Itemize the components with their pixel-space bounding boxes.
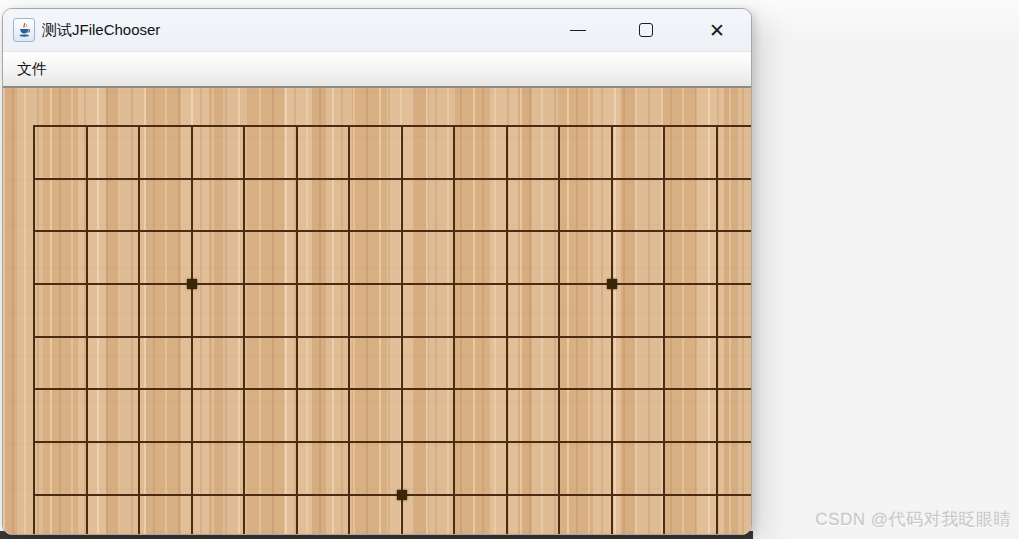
board-cell[interactable] [506, 178, 559, 231]
board-cell[interactable] [86, 494, 139, 534]
star-point [397, 490, 407, 500]
board-cell[interactable] [663, 178, 716, 231]
board-cell[interactable] [138, 494, 191, 534]
board-cell[interactable] [453, 441, 506, 494]
board-cell[interactable] [558, 283, 611, 336]
board-cell[interactable] [716, 494, 752, 534]
board-cell[interactable] [611, 336, 664, 389]
menu-item-file[interactable]: 文件 [3, 52, 61, 86]
board-cell[interactable] [191, 441, 244, 494]
board-cell[interactable] [558, 336, 611, 389]
board-cell[interactable] [401, 178, 454, 231]
board-cell[interactable] [506, 441, 559, 494]
java-coffee-cup-icon [13, 18, 35, 42]
board-cell[interactable] [453, 125, 506, 178]
app-window: 测试JFileChooser ✕ 文件 [2, 8, 752, 535]
csdn-watermark: CSDN @代码对我眨眼睛 [815, 508, 1011, 531]
board-cell[interactable] [348, 441, 401, 494]
board-cell[interactable] [663, 125, 716, 178]
board-cell[interactable] [663, 494, 716, 534]
board-cell[interactable] [33, 178, 86, 231]
board-cell[interactable] [86, 125, 139, 178]
board-cell[interactable] [453, 494, 506, 534]
board-cell[interactable] [138, 388, 191, 441]
board-cell[interactable] [191, 178, 244, 231]
board-cell[interactable] [401, 230, 454, 283]
board-cell[interactable] [401, 441, 454, 494]
board-cell[interactable] [191, 283, 244, 336]
board-cell[interactable] [611, 283, 664, 336]
board-cell[interactable] [86, 178, 139, 231]
board-cell[interactable] [191, 336, 244, 389]
board-cell[interactable] [243, 178, 296, 231]
board-cell[interactable] [191, 230, 244, 283]
board-cell[interactable] [296, 388, 349, 441]
board-cell[interactable] [33, 125, 86, 178]
board-cell[interactable] [348, 388, 401, 441]
board-cell[interactable] [506, 494, 559, 534]
board-cell[interactable] [296, 283, 349, 336]
board-cell[interactable] [453, 283, 506, 336]
board-cell[interactable] [453, 178, 506, 231]
board-cell[interactable] [243, 230, 296, 283]
title-bar[interactable]: 测试JFileChooser ✕ [3, 9, 751, 52]
board-cell[interactable] [33, 388, 86, 441]
board-cell[interactable] [243, 441, 296, 494]
board-cell[interactable] [138, 178, 191, 231]
board-cell[interactable] [506, 230, 559, 283]
board-cell[interactable] [348, 494, 401, 534]
board-cell[interactable] [348, 336, 401, 389]
board-cell[interactable] [243, 336, 296, 389]
board-cell[interactable] [558, 388, 611, 441]
board-cell[interactable] [401, 283, 454, 336]
board-cell[interactable] [401, 494, 454, 534]
board-cell[interactable] [138, 125, 191, 178]
board-cell[interactable] [506, 336, 559, 389]
board-cell[interactable] [33, 230, 86, 283]
board-cell[interactable] [506, 388, 559, 441]
board-cell[interactable] [138, 441, 191, 494]
board-cell[interactable] [401, 388, 454, 441]
board-cell[interactable] [191, 388, 244, 441]
board-cell[interactable] [86, 388, 139, 441]
close-icon: ✕ [709, 21, 725, 40]
board-cell[interactable] [716, 125, 752, 178]
board-cell[interactable] [86, 336, 139, 389]
board-cell[interactable] [716, 283, 752, 336]
board-cell[interactable] [243, 283, 296, 336]
board-cell[interactable] [611, 230, 664, 283]
board-cell[interactable] [401, 125, 454, 178]
board-cell[interactable] [243, 388, 296, 441]
board-cell[interactable] [611, 178, 664, 231]
star-point [607, 279, 617, 289]
board-cell[interactable] [716, 388, 752, 441]
board-cell[interactable] [33, 283, 86, 336]
board-cell[interactable] [663, 336, 716, 389]
board-cell[interactable] [453, 388, 506, 441]
board-cell[interactable] [296, 494, 349, 534]
board-cell[interactable] [716, 178, 752, 231]
board-cell[interactable] [506, 283, 559, 336]
board-cell[interactable] [138, 283, 191, 336]
board-cell[interactable] [348, 178, 401, 231]
board-cell[interactable] [348, 230, 401, 283]
board-cell[interactable] [296, 230, 349, 283]
board-cell[interactable] [243, 125, 296, 178]
board-cell[interactable] [191, 125, 244, 178]
board-cell[interactable] [558, 125, 611, 178]
board-cell[interactable] [86, 441, 139, 494]
board-cell[interactable] [86, 230, 139, 283]
board-cell[interactable] [506, 125, 559, 178]
board-cell[interactable] [663, 388, 716, 441]
board-cell[interactable] [611, 125, 664, 178]
board-cell[interactable] [401, 336, 454, 389]
board-cell[interactable] [348, 125, 401, 178]
board-cell[interactable] [716, 441, 752, 494]
board-cell[interactable] [296, 178, 349, 231]
board-cell[interactable] [716, 336, 752, 389]
minimize-icon [570, 30, 586, 31]
board-cell[interactable] [33, 336, 86, 389]
board-grid [33, 125, 751, 534]
window-title: 测试JFileChooser [42, 21, 160, 40]
menu-bar: 文件 [3, 52, 751, 88]
board-cell[interactable] [138, 230, 191, 283]
maximize-button[interactable] [623, 9, 669, 51]
board-cell[interactable] [558, 178, 611, 231]
board-cell[interactable] [296, 441, 349, 494]
star-point [187, 279, 197, 289]
minimize-button[interactable] [555, 9, 601, 51]
board-cell[interactable] [453, 230, 506, 283]
board-cell[interactable] [33, 441, 86, 494]
board-cell[interactable] [558, 494, 611, 534]
board-cell[interactable] [453, 336, 506, 389]
board-cell[interactable] [611, 494, 664, 534]
board-cell[interactable] [243, 494, 296, 534]
board-cell[interactable] [138, 336, 191, 389]
board-cell[interactable] [296, 125, 349, 178]
board-cell[interactable] [611, 441, 664, 494]
board-cell[interactable] [663, 441, 716, 494]
board-cell[interactable] [86, 283, 139, 336]
board-cell[interactable] [611, 388, 664, 441]
board-cell[interactable] [558, 441, 611, 494]
board-cell[interactable] [33, 494, 86, 534]
board-cell[interactable] [191, 494, 244, 534]
board-cell[interactable] [663, 283, 716, 336]
board-cell[interactable] [348, 283, 401, 336]
board-cell[interactable] [663, 230, 716, 283]
board-cell[interactable] [558, 230, 611, 283]
close-button[interactable]: ✕ [694, 9, 740, 51]
board-plane[interactable] [3, 88, 751, 534]
board-cell[interactable] [296, 336, 349, 389]
board-cell[interactable] [716, 230, 752, 283]
maximize-icon [639, 23, 653, 37]
